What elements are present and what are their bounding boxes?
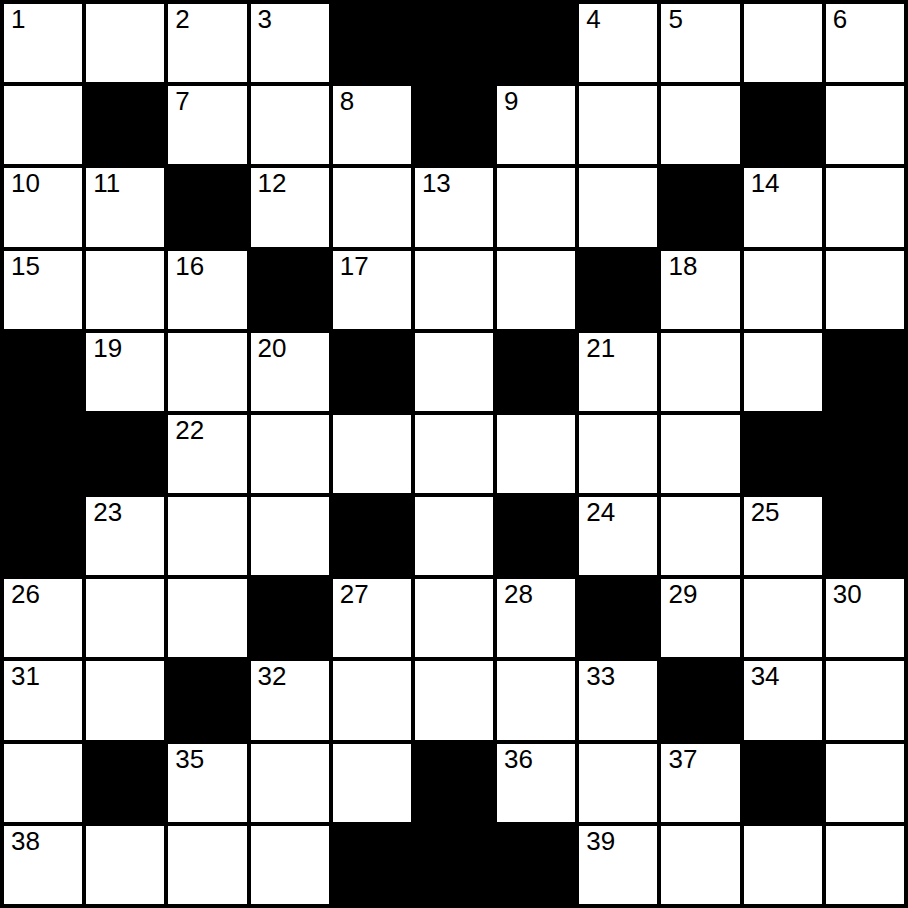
white-cell[interactable]: 19 [86, 333, 164, 411]
white-cell[interactable]: 34 [744, 661, 822, 739]
white-cell[interactable] [333, 661, 411, 739]
white-cell[interactable] [661, 86, 739, 164]
white-cell[interactable] [86, 251, 164, 329]
white-cell[interactable] [168, 579, 246, 657]
clue-number: 32 [258, 662, 287, 692]
white-cell[interactable] [415, 415, 493, 493]
black-cell [497, 333, 575, 411]
clue-number: 37 [668, 745, 697, 775]
white-cell[interactable] [251, 826, 329, 904]
white-cell[interactable]: 36 [497, 744, 575, 822]
black-cell [661, 661, 739, 739]
white-cell[interactable]: 31 [4, 661, 82, 739]
black-cell [333, 4, 411, 82]
black-cell [579, 251, 657, 329]
white-cell[interactable] [497, 661, 575, 739]
clue-number: 13 [422, 169, 451, 199]
clue-number: 8 [340, 87, 354, 117]
clue-number: 14 [751, 169, 780, 199]
clue-number: 19 [93, 334, 122, 364]
white-cell[interactable]: 28 [497, 579, 575, 657]
crossword-board: 1234567891011121314151617181920212223242… [0, 0, 908, 908]
white-cell[interactable] [168, 497, 246, 575]
white-cell[interactable] [661, 497, 739, 575]
clue-number: 30 [833, 580, 862, 610]
clue-number: 31 [11, 662, 40, 692]
white-cell[interactable]: 6 [826, 4, 904, 82]
white-cell[interactable]: 17 [333, 251, 411, 329]
clue-number: 20 [258, 334, 287, 364]
white-cell[interactable] [333, 415, 411, 493]
black-cell [415, 826, 493, 904]
white-cell[interactable] [826, 661, 904, 739]
clue-number: 11 [93, 169, 120, 199]
clue-number: 23 [93, 498, 122, 528]
white-cell[interactable]: 30 [826, 579, 904, 657]
white-cell[interactable] [251, 497, 329, 575]
black-cell [333, 826, 411, 904]
black-cell [826, 497, 904, 575]
white-cell[interactable] [415, 251, 493, 329]
white-cell[interactable]: 23 [86, 497, 164, 575]
black-cell [744, 744, 822, 822]
white-cell[interactable] [826, 826, 904, 904]
black-cell [86, 86, 164, 164]
white-cell[interactable]: 11 [86, 168, 164, 246]
clue-number: 39 [586, 827, 615, 857]
black-cell [497, 4, 575, 82]
black-cell [415, 4, 493, 82]
white-cell[interactable]: 26 [4, 579, 82, 657]
white-cell[interactable] [826, 86, 904, 164]
clue-number: 3 [258, 5, 272, 35]
white-cell[interactable]: 2 [168, 4, 246, 82]
white-cell[interactable] [251, 744, 329, 822]
white-cell[interactable] [168, 826, 246, 904]
white-cell[interactable]: 21 [579, 333, 657, 411]
clue-number: 25 [751, 498, 780, 528]
white-cell[interactable]: 24 [579, 497, 657, 575]
white-cell[interactable] [415, 497, 493, 575]
white-cell[interactable]: 15 [4, 251, 82, 329]
white-cell[interactable] [86, 4, 164, 82]
white-cell[interactable] [333, 168, 411, 246]
clue-number: 34 [751, 662, 780, 692]
white-cell[interactable]: 10 [4, 168, 82, 246]
black-cell [579, 579, 657, 657]
white-cell[interactable] [251, 415, 329, 493]
black-cell [251, 251, 329, 329]
clue-number: 17 [340, 252, 369, 282]
black-cell [251, 579, 329, 657]
white-cell[interactable] [744, 4, 822, 82]
white-cell[interactable]: 3 [251, 4, 329, 82]
white-cell[interactable] [744, 333, 822, 411]
white-cell[interactable] [415, 333, 493, 411]
white-cell[interactable] [86, 579, 164, 657]
white-cell[interactable] [744, 826, 822, 904]
black-cell [333, 333, 411, 411]
white-cell[interactable] [4, 86, 82, 164]
black-cell [86, 744, 164, 822]
white-cell[interactable]: 13 [415, 168, 493, 246]
white-cell[interactable] [86, 661, 164, 739]
white-cell[interactable] [333, 744, 411, 822]
white-cell[interactable]: 37 [661, 744, 739, 822]
clue-number: 6 [833, 5, 847, 35]
clue-number: 26 [11, 580, 40, 610]
white-cell[interactable] [826, 744, 904, 822]
clue-number: 15 [11, 252, 40, 282]
white-cell[interactable] [579, 415, 657, 493]
white-cell[interactable] [4, 744, 82, 822]
clue-number: 18 [668, 252, 697, 282]
white-cell[interactable] [86, 826, 164, 904]
black-cell [4, 497, 82, 575]
clue-number: 2 [175, 5, 189, 35]
clue-number: 5 [668, 5, 682, 35]
clue-number: 33 [586, 662, 615, 692]
clue-number: 16 [175, 252, 204, 282]
clue-number: 1 [11, 5, 25, 35]
white-cell[interactable] [168, 333, 246, 411]
white-cell[interactable] [661, 826, 739, 904]
black-cell [4, 415, 82, 493]
white-cell[interactable] [497, 415, 575, 493]
black-cell [497, 826, 575, 904]
clue-number: 28 [504, 580, 533, 610]
white-cell[interactable] [579, 86, 657, 164]
black-cell [744, 415, 822, 493]
white-cell[interactable]: 9 [497, 86, 575, 164]
white-cell[interactable]: 32 [251, 661, 329, 739]
black-cell [168, 168, 246, 246]
clue-number: 35 [175, 745, 204, 775]
clue-number: 4 [586, 5, 600, 35]
white-cell[interactable] [661, 333, 739, 411]
white-cell[interactable]: 1 [4, 4, 82, 82]
clue-number: 12 [258, 169, 287, 199]
white-cell[interactable]: 27 [333, 579, 411, 657]
black-cell [168, 661, 246, 739]
white-cell[interactable]: 38 [4, 826, 82, 904]
black-cell [826, 333, 904, 411]
white-cell[interactable]: 16 [168, 251, 246, 329]
white-cell[interactable]: 22 [168, 415, 246, 493]
white-cell[interactable]: 12 [251, 168, 329, 246]
white-cell[interactable]: 8 [333, 86, 411, 164]
clue-number: 29 [668, 580, 697, 610]
white-cell[interactable] [826, 251, 904, 329]
black-cell [826, 415, 904, 493]
white-cell[interactable] [579, 168, 657, 246]
clue-number: 38 [11, 827, 40, 857]
black-cell [744, 86, 822, 164]
clue-number: 27 [340, 580, 369, 610]
white-cell[interactable] [579, 744, 657, 822]
black-cell [415, 86, 493, 164]
white-cell[interactable] [497, 168, 575, 246]
black-cell [497, 497, 575, 575]
white-cell[interactable]: 7 [168, 86, 246, 164]
white-cell[interactable]: 29 [661, 579, 739, 657]
white-cell[interactable]: 14 [744, 168, 822, 246]
white-cell[interactable]: 35 [168, 744, 246, 822]
white-cell[interactable] [661, 415, 739, 493]
clue-number: 24 [586, 498, 615, 528]
white-cell[interactable]: 20 [251, 333, 329, 411]
clue-number: 10 [11, 169, 40, 199]
white-cell[interactable]: 18 [661, 251, 739, 329]
clue-number: 9 [504, 87, 518, 117]
white-cell[interactable] [744, 251, 822, 329]
black-cell [661, 168, 739, 246]
white-cell[interactable] [744, 579, 822, 657]
clue-number: 36 [504, 745, 533, 775]
black-cell [333, 497, 411, 575]
white-cell[interactable] [415, 661, 493, 739]
white-cell[interactable]: 39 [579, 826, 657, 904]
white-cell[interactable]: 25 [744, 497, 822, 575]
white-cell[interactable] [251, 86, 329, 164]
white-cell[interactable]: 4 [579, 4, 657, 82]
white-cell[interactable]: 5 [661, 4, 739, 82]
clue-number: 22 [175, 416, 204, 446]
clue-number: 7 [175, 87, 189, 117]
black-cell [4, 333, 82, 411]
white-cell[interactable]: 33 [579, 661, 657, 739]
white-cell[interactable] [497, 251, 575, 329]
black-cell [86, 415, 164, 493]
white-cell[interactable] [826, 168, 904, 246]
clue-number: 21 [586, 334, 615, 364]
white-cell[interactable] [415, 579, 493, 657]
black-cell [415, 744, 493, 822]
